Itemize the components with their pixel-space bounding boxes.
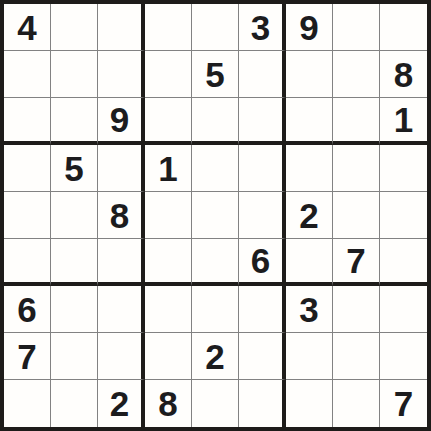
cell-r7c2-empty[interactable] bbox=[51, 286, 98, 333]
cell-r6c5-empty[interactable] bbox=[192, 239, 239, 286]
cell-r1c4-empty[interactable] bbox=[145, 4, 192, 51]
cell-r3c7-empty[interactable] bbox=[286, 98, 333, 145]
cell-r8c2-empty[interactable] bbox=[51, 333, 98, 380]
cell-r3c8-empty[interactable] bbox=[333, 98, 380, 145]
cell-r5c2-empty[interactable] bbox=[51, 192, 98, 239]
cell-r4c9-empty[interactable] bbox=[380, 145, 427, 192]
cell-r2c8-empty[interactable] bbox=[333, 51, 380, 98]
cell-r2c4-empty[interactable] bbox=[145, 51, 192, 98]
cell-r5c5-empty[interactable] bbox=[192, 192, 239, 239]
cell-r9c2-empty[interactable] bbox=[51, 380, 98, 427]
cell-r2c9-given[interactable]: 8 bbox=[380, 51, 427, 98]
cell-r3c6-empty[interactable] bbox=[239, 98, 286, 145]
cell-r1c1-given[interactable]: 4 bbox=[4, 4, 51, 51]
cell-r1c8-empty[interactable] bbox=[333, 4, 380, 51]
cell-r3c2-empty[interactable] bbox=[51, 98, 98, 145]
cell-r5c4-empty[interactable] bbox=[145, 192, 192, 239]
cell-r4c6-empty[interactable] bbox=[239, 145, 286, 192]
cell-r7c1-given[interactable]: 6 bbox=[4, 286, 51, 333]
cell-r3c9-given[interactable]: 1 bbox=[380, 98, 427, 145]
cell-r9c9-given[interactable]: 7 bbox=[380, 380, 427, 427]
cell-r7c9-empty[interactable] bbox=[380, 286, 427, 333]
cell-r6c4-empty[interactable] bbox=[145, 239, 192, 286]
cell-r7c3-empty[interactable] bbox=[98, 286, 145, 333]
cell-r2c5-given[interactable]: 5 bbox=[192, 51, 239, 98]
cell-r1c9-empty[interactable] bbox=[380, 4, 427, 51]
cell-r2c2-empty[interactable] bbox=[51, 51, 98, 98]
sudoku-board: 43958915182676372287 bbox=[0, 0, 431, 431]
cell-r9c7-empty[interactable] bbox=[286, 380, 333, 427]
cell-r9c5-empty[interactable] bbox=[192, 380, 239, 427]
cell-r8c9-empty[interactable] bbox=[380, 333, 427, 380]
cell-r6c9-empty[interactable] bbox=[380, 239, 427, 286]
cell-r7c6-empty[interactable] bbox=[239, 286, 286, 333]
cell-r8c3-empty[interactable] bbox=[98, 333, 145, 380]
cell-r8c1-given[interactable]: 7 bbox=[4, 333, 51, 380]
cell-r8c7-empty[interactable] bbox=[286, 333, 333, 380]
cell-r5c6-empty[interactable] bbox=[239, 192, 286, 239]
cell-r1c5-empty[interactable] bbox=[192, 4, 239, 51]
cell-r9c8-empty[interactable] bbox=[333, 380, 380, 427]
cell-r4c7-empty[interactable] bbox=[286, 145, 333, 192]
cell-r8c5-given[interactable]: 2 bbox=[192, 333, 239, 380]
cell-r1c3-empty[interactable] bbox=[98, 4, 145, 51]
cell-r3c1-empty[interactable] bbox=[4, 98, 51, 145]
cell-r2c7-empty[interactable] bbox=[286, 51, 333, 98]
cell-r4c5-empty[interactable] bbox=[192, 145, 239, 192]
cell-r6c7-empty[interactable] bbox=[286, 239, 333, 286]
cell-r5c7-given[interactable]: 2 bbox=[286, 192, 333, 239]
cell-r9c4-given[interactable]: 8 bbox=[145, 380, 192, 427]
cell-r9c3-given[interactable]: 2 bbox=[98, 380, 145, 427]
cell-r9c1-empty[interactable] bbox=[4, 380, 51, 427]
cell-r5c3-given[interactable]: 8 bbox=[98, 192, 145, 239]
cell-r1c6-given[interactable]: 3 bbox=[239, 4, 286, 51]
cell-r3c4-empty[interactable] bbox=[145, 98, 192, 145]
cell-r6c8-given[interactable]: 7 bbox=[333, 239, 380, 286]
cell-r4c1-empty[interactable] bbox=[4, 145, 51, 192]
cell-r5c8-empty[interactable] bbox=[333, 192, 380, 239]
cell-r4c4-given[interactable]: 1 bbox=[145, 145, 192, 192]
cell-r8c4-empty[interactable] bbox=[145, 333, 192, 380]
cell-r4c2-given[interactable]: 5 bbox=[51, 145, 98, 192]
cell-r7c5-empty[interactable] bbox=[192, 286, 239, 333]
cell-r1c7-given[interactable]: 9 bbox=[286, 4, 333, 51]
cell-r4c8-empty[interactable] bbox=[333, 145, 380, 192]
cell-r2c3-empty[interactable] bbox=[98, 51, 145, 98]
cell-r6c3-empty[interactable] bbox=[98, 239, 145, 286]
cell-r8c6-empty[interactable] bbox=[239, 333, 286, 380]
cell-r2c6-empty[interactable] bbox=[239, 51, 286, 98]
cell-r3c3-given[interactable]: 9 bbox=[98, 98, 145, 145]
cell-r7c8-empty[interactable] bbox=[333, 286, 380, 333]
cell-r7c7-given[interactable]: 3 bbox=[286, 286, 333, 333]
cell-r5c1-empty[interactable] bbox=[4, 192, 51, 239]
cell-r6c6-given[interactable]: 6 bbox=[239, 239, 286, 286]
cell-r5c9-empty[interactable] bbox=[380, 192, 427, 239]
cell-r7c4-empty[interactable] bbox=[145, 286, 192, 333]
cell-r8c8-empty[interactable] bbox=[333, 333, 380, 380]
cell-r6c1-empty[interactable] bbox=[4, 239, 51, 286]
cell-r6c2-empty[interactable] bbox=[51, 239, 98, 286]
cell-r4c3-empty[interactable] bbox=[98, 145, 145, 192]
cell-r3c5-empty[interactable] bbox=[192, 98, 239, 145]
cell-r9c6-empty[interactable] bbox=[239, 380, 286, 427]
cell-r2c1-empty[interactable] bbox=[4, 51, 51, 98]
cell-r1c2-empty[interactable] bbox=[51, 4, 98, 51]
